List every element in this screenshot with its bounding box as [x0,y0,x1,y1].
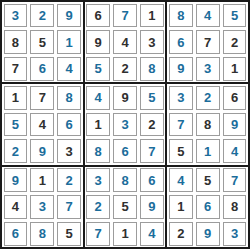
sudoku-cell[interactable]: 2 [196,86,220,110]
sudoku-board: 3298517646719435288456729311785462934951… [0,0,250,249]
sudoku-cell[interactable]: 6 [113,139,137,163]
sudoku-cell[interactable]: 7 [140,139,164,163]
sudoku-cell[interactable]: 7 [223,168,247,192]
sudoku-cell[interactable]: 6 [169,30,193,54]
sudoku-cell[interactable]: 6 [140,168,164,192]
sudoku-cell[interactable]: 1 [223,57,247,81]
sudoku-cell[interactable]: 5 [86,57,110,81]
sudoku-cell[interactable]: 8 [57,86,81,110]
sudoku-block: 495132867 [85,84,166,164]
sudoku-cell[interactable]: 4 [30,113,54,137]
sudoku-cell[interactable]: 3 [86,168,110,192]
sudoku-cell[interactable]: 3 [30,195,54,219]
sudoku-cell[interactable]: 2 [169,222,193,246]
sudoku-cell[interactable]: 5 [4,113,28,137]
sudoku-block: 671943528 [85,2,166,82]
sudoku-block: 386259714 [85,167,166,247]
sudoku-cell[interactable]: 6 [57,113,81,137]
sudoku-cell[interactable]: 4 [86,86,110,110]
sudoku-cell[interactable]: 9 [30,139,54,163]
sudoku-cell[interactable]: 8 [223,195,247,219]
sudoku-cell[interactable]: 1 [57,30,81,54]
sudoku-block: 845672931 [167,2,248,82]
sudoku-cell[interactable]: 7 [169,113,193,137]
sudoku-cell[interactable]: 3 [196,57,220,81]
sudoku-cell[interactable]: 9 [223,113,247,137]
sudoku-block: 912437685 [2,167,83,247]
sudoku-block: 329851764 [2,2,83,82]
sudoku-cell[interactable]: 5 [169,139,193,163]
sudoku-cell[interactable]: 7 [57,195,81,219]
sudoku-cell[interactable]: 3 [113,113,137,137]
sudoku-cell[interactable]: 3 [223,222,247,246]
sudoku-cell[interactable]: 7 [196,30,220,54]
sudoku-cell[interactable]: 2 [223,30,247,54]
sudoku-cell[interactable]: 7 [30,86,54,110]
sudoku-cell[interactable]: 4 [196,4,220,28]
sudoku-cell[interactable]: 8 [169,4,193,28]
sudoku-cell[interactable]: 4 [223,139,247,163]
sudoku-cell[interactable]: 8 [4,30,28,54]
sudoku-cell[interactable]: 5 [140,86,164,110]
sudoku-cell[interactable]: 4 [57,57,81,81]
sudoku-cell[interactable]: 9 [86,30,110,54]
sudoku-cell[interactable]: 2 [57,168,81,192]
sudoku-cell[interactable]: 1 [86,113,110,137]
sudoku-cell[interactable]: 4 [169,168,193,192]
sudoku-cell[interactable]: 3 [57,139,81,163]
sudoku-cell[interactable]: 3 [169,86,193,110]
sudoku-cell[interactable]: 5 [30,30,54,54]
sudoku-cell[interactable]: 2 [113,57,137,81]
sudoku-cell[interactable]: 5 [57,222,81,246]
sudoku-cell[interactable]: 2 [140,113,164,137]
sudoku-cell[interactable]: 1 [30,168,54,192]
sudoku-cell[interactable]: 9 [57,4,81,28]
sudoku-cell[interactable]: 6 [223,86,247,110]
sudoku-cell[interactable]: 8 [140,57,164,81]
sudoku-cell[interactable]: 9 [169,57,193,81]
sudoku-cell[interactable]: 1 [113,222,137,246]
sudoku-cell[interactable]: 4 [113,30,137,54]
sudoku-cell[interactable]: 8 [113,168,137,192]
sudoku-cell[interactable]: 7 [86,222,110,246]
sudoku-cell[interactable]: 3 [4,4,28,28]
sudoku-cell[interactable]: 2 [86,195,110,219]
sudoku-cell[interactable]: 7 [113,4,137,28]
sudoku-cell[interactable]: 9 [140,195,164,219]
sudoku-block: 457168293 [167,167,248,247]
sudoku-cell[interactable]: 6 [196,195,220,219]
sudoku-cell[interactable]: 9 [196,222,220,246]
sudoku-cell[interactable]: 5 [223,4,247,28]
sudoku-cell[interactable]: 6 [30,57,54,81]
sudoku-cell[interactable]: 8 [30,222,54,246]
sudoku-cell[interactable]: 6 [4,222,28,246]
sudoku-cell[interactable]: 2 [30,4,54,28]
sudoku-cell[interactable]: 1 [169,195,193,219]
sudoku-cell[interactable]: 4 [140,222,164,246]
sudoku-cell[interactable]: 9 [4,168,28,192]
sudoku-cell[interactable]: 9 [113,86,137,110]
sudoku-cell[interactable]: 4 [4,195,28,219]
sudoku-block: 326789514 [167,84,248,164]
sudoku-cell[interactable]: 3 [140,30,164,54]
sudoku-cell[interactable]: 1 [4,86,28,110]
sudoku-cell[interactable]: 8 [196,113,220,137]
sudoku-cell[interactable]: 7 [4,57,28,81]
sudoku-cell[interactable]: 8 [86,139,110,163]
sudoku-cell[interactable]: 1 [196,139,220,163]
sudoku-cell[interactable]: 5 [113,195,137,219]
sudoku-cell[interactable]: 1 [140,4,164,28]
sudoku-cell[interactable]: 6 [86,4,110,28]
sudoku-cell[interactable]: 2 [4,139,28,163]
sudoku-block: 178546293 [2,84,83,164]
sudoku-cell[interactable]: 5 [196,168,220,192]
